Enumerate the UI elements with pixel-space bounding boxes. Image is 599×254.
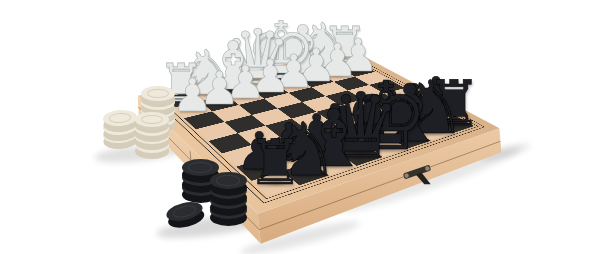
checker-black[interactable] — [210, 172, 247, 189]
checker-black[interactable] — [182, 159, 219, 176]
checker-ring-detail — [141, 115, 163, 124]
checkers-layer — [0, 0, 599, 254]
checker-ring-detail — [171, 204, 196, 220]
checker-ring-detail — [188, 162, 212, 172]
checker-ring-detail — [147, 89, 169, 98]
checker-black[interactable] — [164, 199, 204, 224]
checker-ring-detail — [109, 113, 131, 124]
checker-ring-detail — [216, 175, 240, 185]
chess-set-photo: ♜♞♟♝♟♚♟♛♟♝♟♞♟♜♟♟♟♟♜♟♞♟♝♟♚♟♛♟♝♟♞♜ — [0, 0, 599, 254]
